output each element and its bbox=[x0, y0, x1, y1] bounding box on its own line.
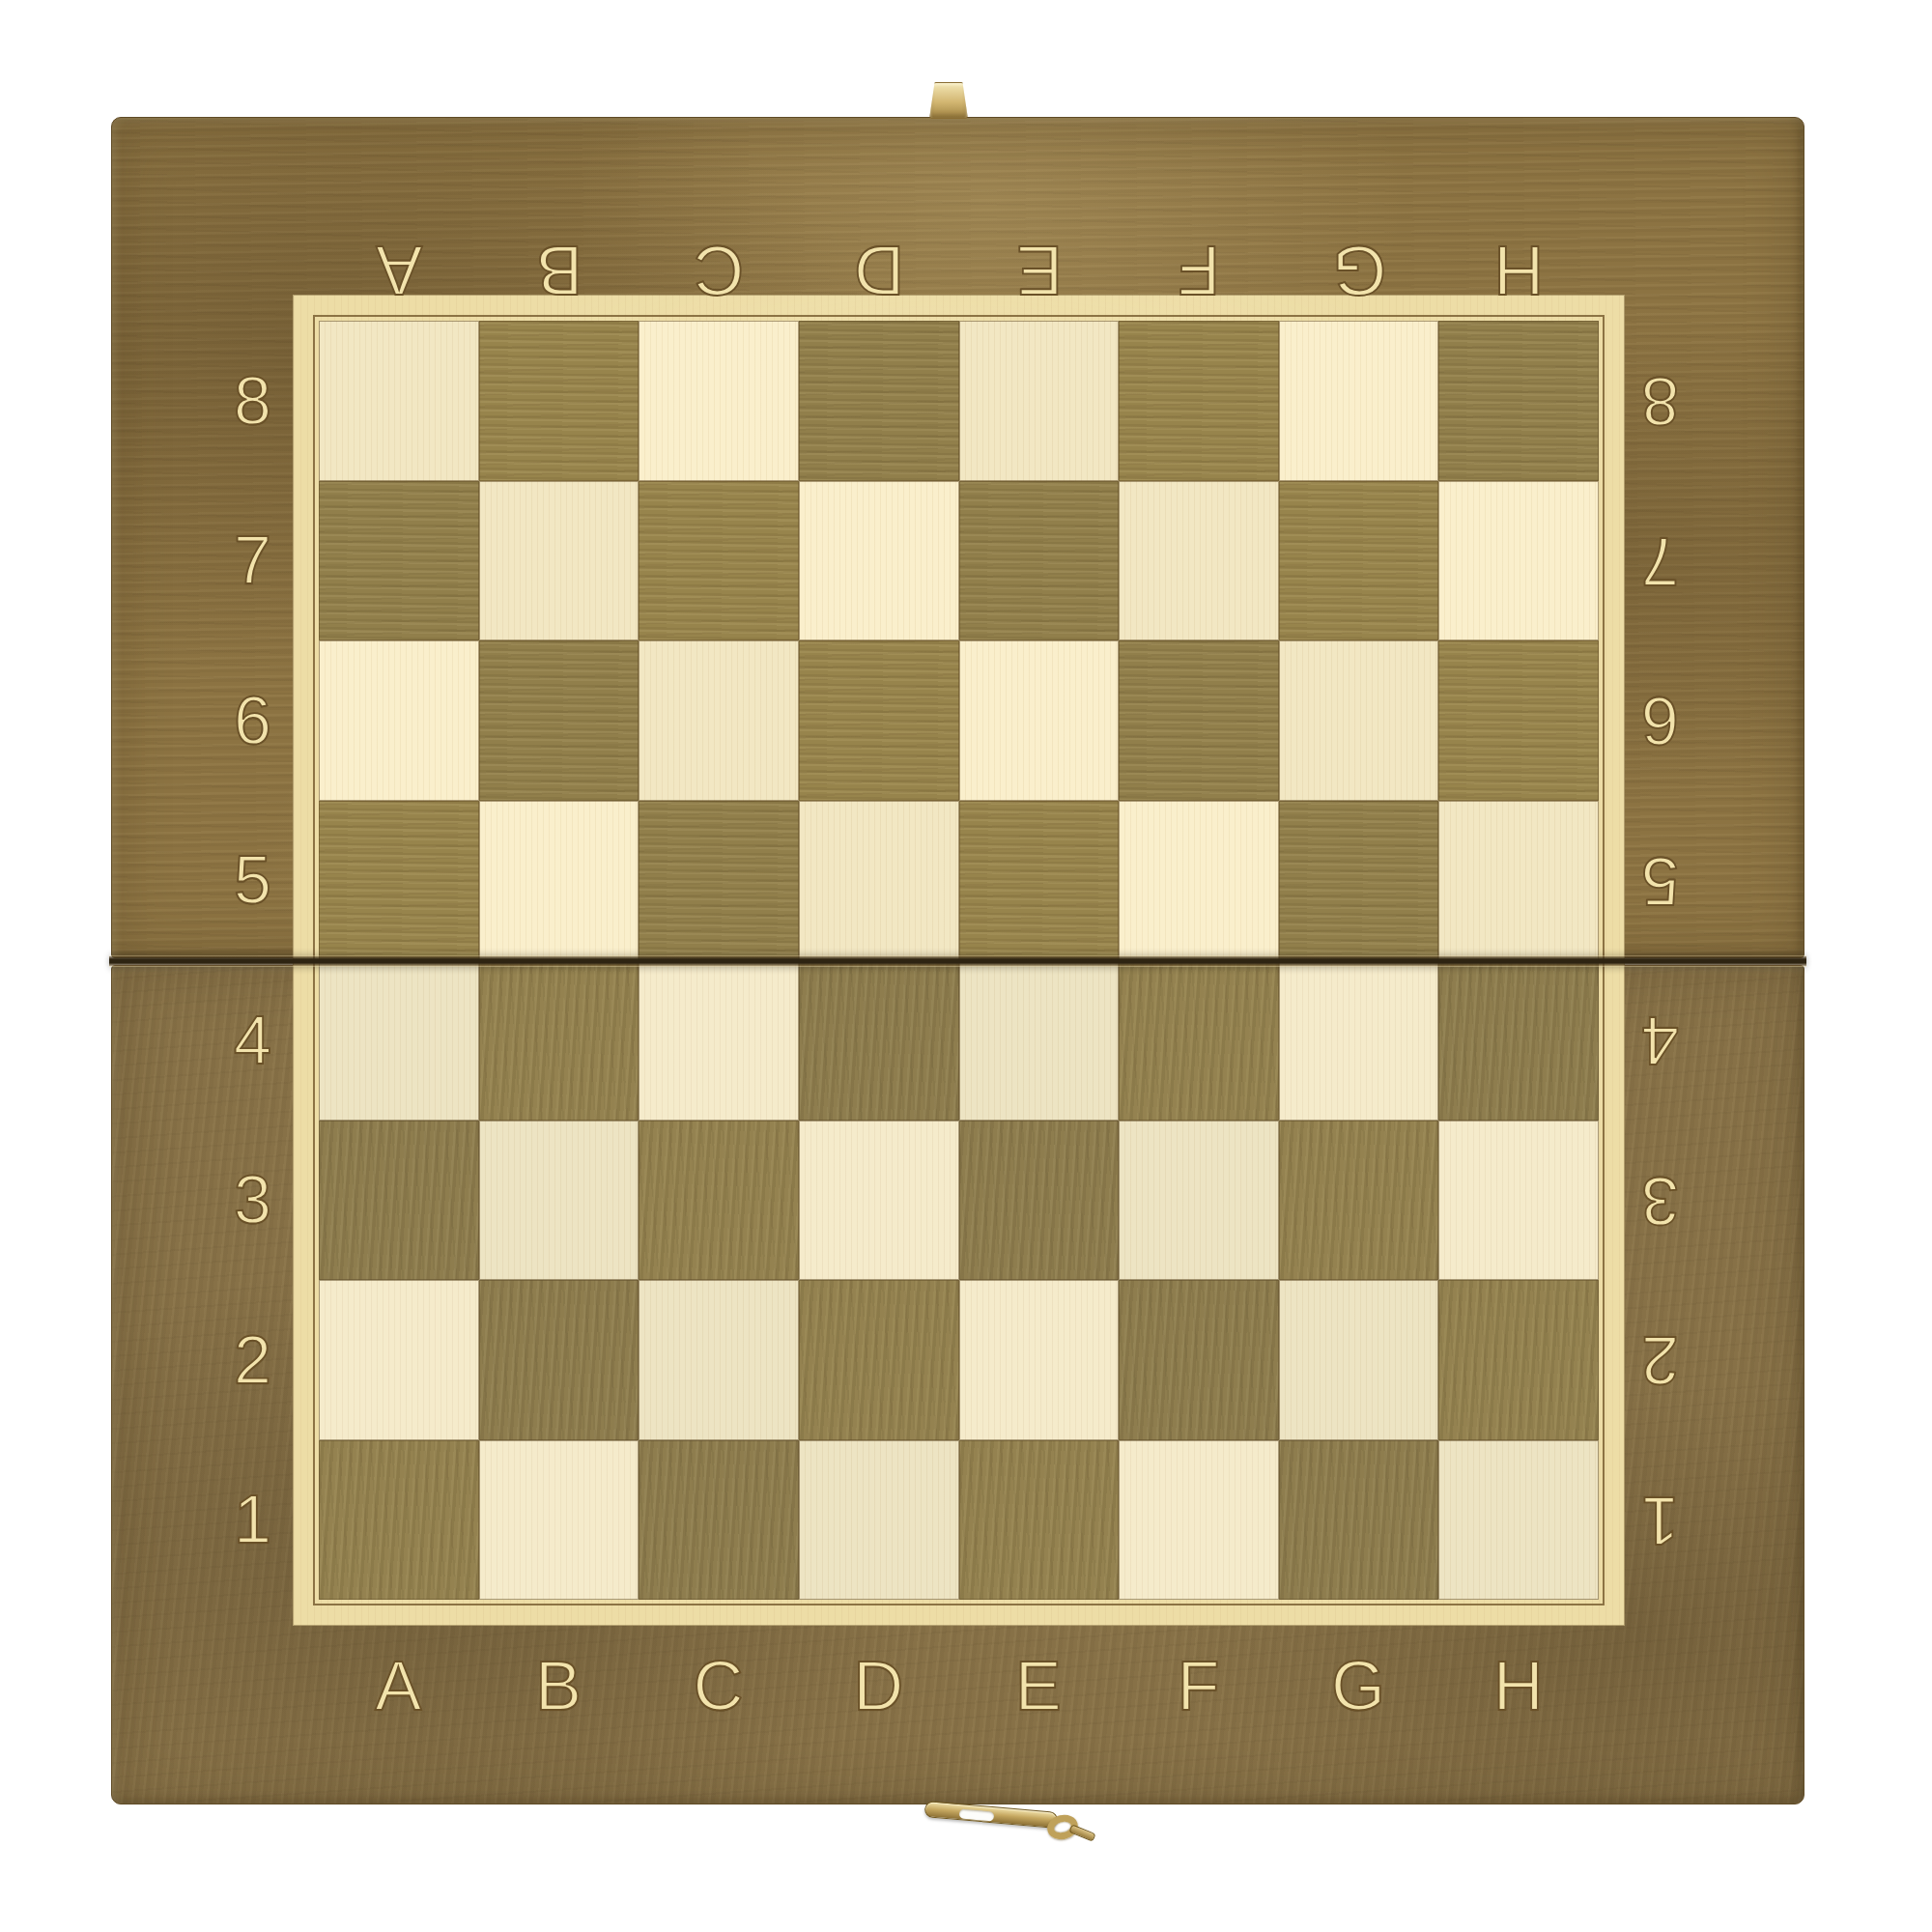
hinge-knob-icon bbox=[929, 82, 968, 119]
square-b5[interactable] bbox=[479, 801, 639, 961]
square-h1[interactable] bbox=[1438, 1440, 1599, 1601]
square-a1[interactable] bbox=[319, 1440, 479, 1601]
square-b1[interactable] bbox=[479, 1440, 639, 1601]
square-d8[interactable] bbox=[799, 321, 959, 481]
square-c8[interactable] bbox=[639, 321, 799, 481]
chess-box-board: ABCDEFGH ABCDEFGH 87654321 87654321 bbox=[111, 117, 1804, 1804]
square-f2[interactable] bbox=[1119, 1280, 1279, 1440]
square-e7[interactable] bbox=[959, 481, 1120, 641]
square-c2[interactable] bbox=[639, 1280, 799, 1440]
square-c5[interactable] bbox=[639, 801, 799, 961]
square-h6[interactable] bbox=[1438, 640, 1599, 801]
square-f8[interactable] bbox=[1119, 321, 1279, 481]
square-c3[interactable] bbox=[639, 1121, 799, 1281]
square-g5[interactable] bbox=[1279, 801, 1439, 961]
square-h2[interactable] bbox=[1438, 1280, 1599, 1440]
square-e8[interactable] bbox=[959, 321, 1120, 481]
square-h4[interactable] bbox=[1438, 960, 1599, 1121]
latch-tail bbox=[1068, 1824, 1095, 1841]
square-a4[interactable] bbox=[319, 960, 479, 1121]
square-h5[interactable] bbox=[1438, 801, 1599, 961]
square-c4[interactable] bbox=[639, 960, 799, 1121]
square-g7[interactable] bbox=[1279, 481, 1439, 641]
square-e5[interactable] bbox=[959, 801, 1120, 961]
square-f3[interactable] bbox=[1119, 1121, 1279, 1281]
square-d6[interactable] bbox=[799, 640, 959, 801]
square-g4[interactable] bbox=[1279, 960, 1439, 1121]
square-e2[interactable] bbox=[959, 1280, 1120, 1440]
square-c1[interactable] bbox=[639, 1440, 799, 1601]
square-c7[interactable] bbox=[639, 481, 799, 641]
square-e4[interactable] bbox=[959, 960, 1120, 1121]
square-c6[interactable] bbox=[639, 640, 799, 801]
square-f6[interactable] bbox=[1119, 640, 1279, 801]
square-d3[interactable] bbox=[799, 1121, 959, 1281]
square-h8[interactable] bbox=[1438, 321, 1599, 481]
square-f5[interactable] bbox=[1119, 801, 1279, 961]
square-b7[interactable] bbox=[479, 481, 639, 641]
square-b4[interactable] bbox=[479, 960, 639, 1121]
square-g8[interactable] bbox=[1279, 321, 1439, 481]
square-d7[interactable] bbox=[799, 481, 959, 641]
square-a7[interactable] bbox=[319, 481, 479, 641]
square-h3[interactable] bbox=[1438, 1121, 1599, 1281]
square-f7[interactable] bbox=[1119, 481, 1279, 641]
square-a3[interactable] bbox=[319, 1121, 479, 1281]
square-f1[interactable] bbox=[1119, 1440, 1279, 1601]
square-b8[interactable] bbox=[479, 321, 639, 481]
square-e3[interactable] bbox=[959, 1121, 1120, 1281]
square-e6[interactable] bbox=[959, 640, 1120, 801]
square-a8[interactable] bbox=[319, 321, 479, 481]
square-d2[interactable] bbox=[799, 1280, 959, 1440]
photo-canvas: ABCDEFGH ABCDEFGH 87654321 87654321 bbox=[0, 0, 1932, 1932]
fold-seam bbox=[109, 956, 1806, 966]
square-e1[interactable] bbox=[959, 1440, 1120, 1601]
square-a2[interactable] bbox=[319, 1280, 479, 1440]
square-f4[interactable] bbox=[1119, 960, 1279, 1121]
square-b2[interactable] bbox=[479, 1280, 639, 1440]
square-g6[interactable] bbox=[1279, 640, 1439, 801]
latch-hook-icon bbox=[923, 1800, 1101, 1852]
square-b3[interactable] bbox=[479, 1121, 639, 1281]
square-g2[interactable] bbox=[1279, 1280, 1439, 1440]
square-d4[interactable] bbox=[799, 960, 959, 1121]
square-g3[interactable] bbox=[1279, 1121, 1439, 1281]
square-g1[interactable] bbox=[1279, 1440, 1439, 1601]
square-b6[interactable] bbox=[479, 640, 639, 801]
square-d5[interactable] bbox=[799, 801, 959, 961]
square-a5[interactable] bbox=[319, 801, 479, 961]
square-h7[interactable] bbox=[1438, 481, 1599, 641]
square-a6[interactable] bbox=[319, 640, 479, 801]
square-d1[interactable] bbox=[799, 1440, 959, 1601]
